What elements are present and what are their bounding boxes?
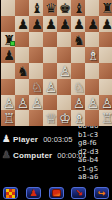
square-a1[interactable]: ♖ [1,110,15,126]
black-knight: ♞ [73,34,85,48]
board-button[interactable] [49,187,64,199]
square-a5[interactable]: ♟ [1,47,15,63]
square-h3[interactable] [99,79,112,95]
square-g1[interactable] [85,110,99,126]
square-f5[interactable] [71,47,85,63]
black-pawn-icon: ♟ [2,150,11,160]
chess-board: ♝♛♚♝♜♟♟♟♟♟♟♟♜♞♟♗♞♙♘♙♘♙♙♙♙♙♙♖♕♔♗♖ [0,0,112,126]
square-e5[interactable] [57,47,71,63]
down-right-arrow-icon: ↘ [75,189,83,198]
square-a8[interactable] [1,0,15,16]
white-pawn: ♙ [73,97,85,111]
white-rook: ♖ [101,112,112,126]
square-b6[interactable] [15,32,29,48]
grid-icon-cell [12,195,15,198]
white-bishop: ♗ [87,49,99,63]
black-rook: ♜ [101,2,112,16]
black-pawn: ♟ [45,18,57,32]
computer-clock-row: ♟ Computer 00:00:01 [2,150,87,160]
square-d5[interactable] [43,47,57,63]
square-b7[interactable]: ♟ [15,16,29,32]
square-d3[interactable]: ♙ [43,79,57,95]
square-a4[interactable] [1,63,15,79]
move-arrow-button[interactable]: ↘ [71,187,86,199]
square-f8[interactable]: ♝ [71,0,85,16]
white-knight: ♘ [31,81,43,95]
square-g6[interactable] [85,32,99,48]
square-e7[interactable]: ♟ [57,16,71,32]
square-f6[interactable]: ♞ [71,32,85,48]
square-f1[interactable]: ♗ [71,110,85,126]
square-e8[interactable]: ♚ [57,0,71,16]
curved-arrow-icon: ↪ [98,189,106,198]
red-tile-icon [52,189,61,197]
move-entry: a8-a6 [78,173,111,182]
white-queen: ♕ [45,112,57,126]
move-entry: d2-d3 [78,148,111,157]
black-pawn: ♟ [3,49,15,63]
grid-icon [6,189,15,198]
square-h7[interactable]: ♟ [99,16,112,32]
square-c8[interactable]: ♝ [29,0,43,16]
square-h4[interactable] [99,63,112,79]
square-b1[interactable] [15,110,29,126]
square-d4[interactable] [43,63,57,79]
white-rook: ♖ [3,112,15,126]
black-pawn: ♟ [101,18,112,32]
player-time: 00:03:05 [43,135,72,144]
square-h6[interactable] [99,32,112,48]
move-entry: g8-f6 [78,139,111,148]
move-entry: a6-b4 [78,156,111,165]
square-b5[interactable] [15,47,29,63]
black-bishop: ♝ [31,2,43,16]
square-g2[interactable]: ♙ [85,95,99,111]
redo-button[interactable]: ↪ [94,187,109,199]
square-f2[interactable]: ♙ [71,95,85,111]
square-f3[interactable]: ♘ [71,79,85,95]
square-h1[interactable]: ♖ [99,110,112,126]
square-b4[interactable]: ♞ [15,63,29,79]
square-d6[interactable] [43,32,57,48]
square-c4[interactable] [29,63,43,79]
player-clock-row: ♟ Player 00:03:05 [2,134,72,144]
white-pawn: ♙ [3,97,15,111]
square-h5[interactable] [99,47,112,63]
white-pawn: ♙ [31,97,43,111]
square-e3[interactable] [57,79,71,95]
black-queen: ♛ [45,2,57,16]
black-knight: ♞ [17,65,29,79]
square-g7[interactable]: ♟ [85,16,99,32]
black-pawn: ♟ [73,18,85,32]
white-king: ♔ [59,112,71,126]
black-pawn: ♟ [17,18,29,32]
black-king: ♚ [59,2,71,16]
square-f4[interactable] [71,63,85,79]
piece-button[interactable]: ♟ [26,187,41,199]
square-d2[interactable] [43,95,57,111]
move-list[interactable]: b8-a6b1-c3g8-f6d2-d3a6-b4c1-g5a8-a6 [78,126,111,185]
square-f7[interactable]: ♟ [71,16,85,32]
square-g5[interactable]: ♗ [85,47,99,63]
red-piece-icon: ♟ [29,189,37,198]
square-d8[interactable]: ♛ [43,0,57,16]
square-e1[interactable]: ♔ [57,110,71,126]
white-knight: ♘ [73,81,85,95]
chess-app-window: ♝♛♚♝♜♟♟♟♟♟♟♟♜♞♟♗♞♙♘♙♘♙♙♙♙♙♙♖♕♔♗♖ ♟ Playe… [0,0,112,200]
menu-button[interactable] [3,187,18,199]
white-pawn: ♙ [17,97,29,111]
move-entry: c1-g5 [78,165,111,174]
white-pawn: ♙ [101,97,112,111]
white-pawn-icon: ♟ [2,134,11,144]
square-b2[interactable]: ♙ [15,95,29,111]
square-a2[interactable]: ♙ [1,95,15,111]
move-entry: b1-c3 [78,131,111,140]
white-bishop: ♗ [73,112,85,126]
square-c3[interactable]: ♘ [29,79,43,95]
square-a6[interactable]: ♜ [1,32,15,48]
black-bishop: ♝ [73,2,85,16]
square-d1[interactable]: ♕ [43,110,57,126]
square-d7[interactable]: ♟ [43,16,57,32]
square-e4[interactable]: ♙ [57,63,71,79]
square-h8[interactable]: ♜ [99,0,112,16]
square-h2[interactable]: ♙ [99,95,112,111]
square-g4[interactable] [85,63,99,79]
black-pawn: ♟ [31,18,43,32]
square-g3[interactable] [85,79,99,95]
computer-name: Computer [13,151,52,160]
square-c7[interactable]: ♟ [29,16,43,32]
black-pawn: ♟ [87,18,99,32]
square-b8[interactable] [15,0,29,16]
square-c1[interactable] [29,110,43,126]
square-c5[interactable] [29,47,43,63]
square-c6[interactable] [29,32,43,48]
square-a7[interactable] [1,16,15,32]
white-pawn: ♙ [59,65,71,79]
black-pawn: ♟ [59,18,71,32]
toolbar: ♟ ↘ ↪ [0,186,112,200]
square-a3[interactable] [1,79,15,95]
white-pawn: ♙ [87,97,99,111]
white-pawn: ♙ [45,81,57,95]
square-e6[interactable] [57,32,71,48]
player-name: Player [13,135,38,144]
square-c2[interactable]: ♙ [29,95,43,111]
square-b3[interactable] [15,79,29,95]
square-g8[interactable] [85,0,99,16]
square-e2[interactable] [57,95,71,111]
